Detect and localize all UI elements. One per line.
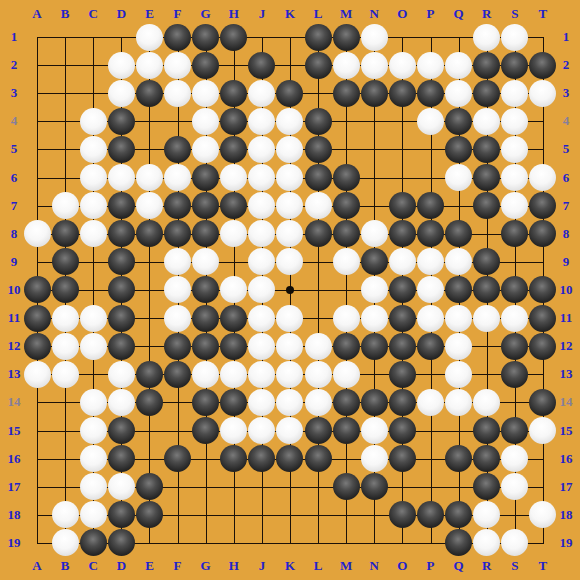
cell-E10[interactable]	[135, 276, 163, 304]
cell-R4[interactable]	[473, 107, 501, 135]
cell-H6[interactable]	[220, 164, 248, 192]
cell-F16[interactable]	[164, 445, 192, 473]
cell-K6[interactable]	[276, 164, 304, 192]
cell-D8[interactable]	[107, 220, 135, 248]
cell-S7[interactable]	[501, 192, 529, 220]
cell-K16[interactable]	[276, 445, 304, 473]
cell-O11[interactable]	[388, 304, 416, 332]
cell-L7[interactable]	[304, 192, 332, 220]
cell-D9[interactable]	[107, 248, 135, 276]
cell-E4[interactable]	[135, 107, 163, 135]
cell-L13[interactable]	[304, 360, 332, 388]
cell-A5[interactable]	[23, 135, 51, 163]
cell-M10[interactable]	[332, 276, 360, 304]
cell-G4[interactable]	[192, 107, 220, 135]
cell-J4[interactable]	[248, 107, 276, 135]
cell-S19[interactable]	[501, 529, 529, 557]
cell-Q1[interactable]	[445, 23, 473, 51]
cell-L11[interactable]	[304, 304, 332, 332]
cell-Q3[interactable]	[445, 79, 473, 107]
cell-H12[interactable]	[220, 332, 248, 360]
cell-P17[interactable]	[416, 473, 444, 501]
cell-M9[interactable]	[332, 248, 360, 276]
cell-D4[interactable]	[107, 107, 135, 135]
cell-N3[interactable]	[360, 79, 388, 107]
cell-G3[interactable]	[192, 79, 220, 107]
cell-P13[interactable]	[416, 360, 444, 388]
cell-L9[interactable]	[304, 248, 332, 276]
cell-B5[interactable]	[51, 135, 79, 163]
cell-K14[interactable]	[276, 388, 304, 416]
cell-C3[interactable]	[79, 79, 107, 107]
cell-R11[interactable]	[473, 304, 501, 332]
cell-N19[interactable]	[360, 529, 388, 557]
cell-C19[interactable]	[79, 529, 107, 557]
cell-G18[interactable]	[192, 501, 220, 529]
cell-J13[interactable]	[248, 360, 276, 388]
cell-G14[interactable]	[192, 388, 220, 416]
cell-F10[interactable]	[164, 276, 192, 304]
cell-Q4[interactable]	[445, 107, 473, 135]
cell-B2[interactable]	[51, 51, 79, 79]
cell-D19[interactable]	[107, 529, 135, 557]
cell-J16[interactable]	[248, 445, 276, 473]
cell-O18[interactable]	[388, 501, 416, 529]
cell-K5[interactable]	[276, 135, 304, 163]
cell-B13[interactable]	[51, 360, 79, 388]
cell-B1[interactable]	[51, 23, 79, 51]
cell-S11[interactable]	[501, 304, 529, 332]
cell-D14[interactable]	[107, 388, 135, 416]
cell-P15[interactable]	[416, 416, 444, 444]
cell-S5[interactable]	[501, 135, 529, 163]
cell-D7[interactable]	[107, 192, 135, 220]
cell-H3[interactable]	[220, 79, 248, 107]
cell-J18[interactable]	[248, 501, 276, 529]
cell-K19[interactable]	[276, 529, 304, 557]
cell-N5[interactable]	[360, 135, 388, 163]
cell-D15[interactable]	[107, 416, 135, 444]
cell-C7[interactable]	[79, 192, 107, 220]
cell-K12[interactable]	[276, 332, 304, 360]
cell-M19[interactable]	[332, 529, 360, 557]
cell-Q19[interactable]	[445, 529, 473, 557]
cell-C6[interactable]	[79, 164, 107, 192]
cell-N18[interactable]	[360, 501, 388, 529]
cell-M4[interactable]	[332, 107, 360, 135]
cell-Q14[interactable]	[445, 388, 473, 416]
cell-O9[interactable]	[388, 248, 416, 276]
cell-G12[interactable]	[192, 332, 220, 360]
cell-C16[interactable]	[79, 445, 107, 473]
cell-G16[interactable]	[192, 445, 220, 473]
cell-C4[interactable]	[79, 107, 107, 135]
cell-R14[interactable]	[473, 388, 501, 416]
cell-S15[interactable]	[501, 416, 529, 444]
cell-T19[interactable]	[529, 529, 557, 557]
cell-D12[interactable]	[107, 332, 135, 360]
cell-N12[interactable]	[360, 332, 388, 360]
cell-N4[interactable]	[360, 107, 388, 135]
cell-H15[interactable]	[220, 416, 248, 444]
cell-M3[interactable]	[332, 79, 360, 107]
cell-Q11[interactable]	[445, 304, 473, 332]
cell-H5[interactable]	[220, 135, 248, 163]
cell-R17[interactable]	[473, 473, 501, 501]
cell-L10[interactable]	[304, 276, 332, 304]
cell-A12[interactable]	[23, 332, 51, 360]
cell-A8[interactable]	[23, 220, 51, 248]
cell-J10[interactable]	[248, 276, 276, 304]
cell-E1[interactable]	[135, 23, 163, 51]
cell-L19[interactable]	[304, 529, 332, 557]
cell-E9[interactable]	[135, 248, 163, 276]
cell-L17[interactable]	[304, 473, 332, 501]
cell-T18[interactable]	[529, 501, 557, 529]
cell-N16[interactable]	[360, 445, 388, 473]
cell-B3[interactable]	[51, 79, 79, 107]
cell-O1[interactable]	[388, 23, 416, 51]
cell-F6[interactable]	[164, 164, 192, 192]
cell-B7[interactable]	[51, 192, 79, 220]
cell-J19[interactable]	[248, 529, 276, 557]
cell-B16[interactable]	[51, 445, 79, 473]
cell-K8[interactable]	[276, 220, 304, 248]
cell-Q7[interactable]	[445, 192, 473, 220]
cell-B17[interactable]	[51, 473, 79, 501]
cell-P18[interactable]	[416, 501, 444, 529]
cell-L8[interactable]	[304, 220, 332, 248]
cell-T4[interactable]	[529, 107, 557, 135]
cell-O14[interactable]	[388, 388, 416, 416]
cell-C15[interactable]	[79, 416, 107, 444]
cell-E11[interactable]	[135, 304, 163, 332]
cell-E3[interactable]	[135, 79, 163, 107]
cell-G2[interactable]	[192, 51, 220, 79]
cell-J11[interactable]	[248, 304, 276, 332]
cell-Q6[interactable]	[445, 164, 473, 192]
cell-N10[interactable]	[360, 276, 388, 304]
cell-N8[interactable]	[360, 220, 388, 248]
cell-F9[interactable]	[164, 248, 192, 276]
cell-N17[interactable]	[360, 473, 388, 501]
cell-L18[interactable]	[304, 501, 332, 529]
cell-S1[interactable]	[501, 23, 529, 51]
cell-H1[interactable]	[220, 23, 248, 51]
cell-D10[interactable]	[107, 276, 135, 304]
cell-R16[interactable]	[473, 445, 501, 473]
cell-C13[interactable]	[79, 360, 107, 388]
cell-B6[interactable]	[51, 164, 79, 192]
cell-E2[interactable]	[135, 51, 163, 79]
cell-H17[interactable]	[220, 473, 248, 501]
cell-S12[interactable]	[501, 332, 529, 360]
cell-A11[interactable]	[23, 304, 51, 332]
cell-P9[interactable]	[416, 248, 444, 276]
cell-F19[interactable]	[164, 529, 192, 557]
cell-D16[interactable]	[107, 445, 135, 473]
cell-A1[interactable]	[23, 23, 51, 51]
cell-P4[interactable]	[416, 107, 444, 135]
cell-J17[interactable]	[248, 473, 276, 501]
cell-J1[interactable]	[248, 23, 276, 51]
cell-Q10[interactable]	[445, 276, 473, 304]
cell-D6[interactable]	[107, 164, 135, 192]
cell-R10[interactable]	[473, 276, 501, 304]
cell-B18[interactable]	[51, 501, 79, 529]
cell-E5[interactable]	[135, 135, 163, 163]
cell-K11[interactable]	[276, 304, 304, 332]
cell-S4[interactable]	[501, 107, 529, 135]
cell-O12[interactable]	[388, 332, 416, 360]
cell-S3[interactable]	[501, 79, 529, 107]
cell-P8[interactable]	[416, 220, 444, 248]
cell-E8[interactable]	[135, 220, 163, 248]
cell-C1[interactable]	[79, 23, 107, 51]
cell-H18[interactable]	[220, 501, 248, 529]
cell-J14[interactable]	[248, 388, 276, 416]
cell-L3[interactable]	[304, 79, 332, 107]
cell-A17[interactable]	[23, 473, 51, 501]
cell-S2[interactable]	[501, 51, 529, 79]
cell-H11[interactable]	[220, 304, 248, 332]
cell-A14[interactable]	[23, 388, 51, 416]
cell-S8[interactable]	[501, 220, 529, 248]
cell-K9[interactable]	[276, 248, 304, 276]
cell-P12[interactable]	[416, 332, 444, 360]
cell-P2[interactable]	[416, 51, 444, 79]
cell-R7[interactable]	[473, 192, 501, 220]
cell-H14[interactable]	[220, 388, 248, 416]
cell-K1[interactable]	[276, 23, 304, 51]
cell-E15[interactable]	[135, 416, 163, 444]
cell-M11[interactable]	[332, 304, 360, 332]
cell-M7[interactable]	[332, 192, 360, 220]
cell-A3[interactable]	[23, 79, 51, 107]
cell-F12[interactable]	[164, 332, 192, 360]
cell-M18[interactable]	[332, 501, 360, 529]
cell-F8[interactable]	[164, 220, 192, 248]
cell-O5[interactable]	[388, 135, 416, 163]
cell-G11[interactable]	[192, 304, 220, 332]
cell-T6[interactable]	[529, 164, 557, 192]
cell-P19[interactable]	[416, 529, 444, 557]
cell-A13[interactable]	[23, 360, 51, 388]
cell-R19[interactable]	[473, 529, 501, 557]
cell-L1[interactable]	[304, 23, 332, 51]
cell-H7[interactable]	[220, 192, 248, 220]
cell-G9[interactable]	[192, 248, 220, 276]
cell-H16[interactable]	[220, 445, 248, 473]
cell-G10[interactable]	[192, 276, 220, 304]
cell-H19[interactable]	[220, 529, 248, 557]
cell-T5[interactable]	[529, 135, 557, 163]
cell-G6[interactable]	[192, 164, 220, 192]
cell-Q15[interactable]	[445, 416, 473, 444]
cell-T17[interactable]	[529, 473, 557, 501]
cell-Q2[interactable]	[445, 51, 473, 79]
cell-O15[interactable]	[388, 416, 416, 444]
cell-N7[interactable]	[360, 192, 388, 220]
cell-T8[interactable]	[529, 220, 557, 248]
cell-E19[interactable]	[135, 529, 163, 557]
cell-G5[interactable]	[192, 135, 220, 163]
cell-R9[interactable]	[473, 248, 501, 276]
cell-O17[interactable]	[388, 473, 416, 501]
cell-F14[interactable]	[164, 388, 192, 416]
cell-B9[interactable]	[51, 248, 79, 276]
cell-D17[interactable]	[107, 473, 135, 501]
cell-C10[interactable]	[79, 276, 107, 304]
cell-R15[interactable]	[473, 416, 501, 444]
cell-L2[interactable]	[304, 51, 332, 79]
cell-M12[interactable]	[332, 332, 360, 360]
cell-R18[interactable]	[473, 501, 501, 529]
cell-G13[interactable]	[192, 360, 220, 388]
cell-H9[interactable]	[220, 248, 248, 276]
cell-O2[interactable]	[388, 51, 416, 79]
cell-N9[interactable]	[360, 248, 388, 276]
cell-S6[interactable]	[501, 164, 529, 192]
cell-A15[interactable]	[23, 416, 51, 444]
cell-E13[interactable]	[135, 360, 163, 388]
cell-Q17[interactable]	[445, 473, 473, 501]
cell-H10[interactable]	[220, 276, 248, 304]
cell-S10[interactable]	[501, 276, 529, 304]
cell-B11[interactable]	[51, 304, 79, 332]
cell-R12[interactable]	[473, 332, 501, 360]
cell-R5[interactable]	[473, 135, 501, 163]
cell-T16[interactable]	[529, 445, 557, 473]
cell-F3[interactable]	[164, 79, 192, 107]
cell-L5[interactable]	[304, 135, 332, 163]
cell-O3[interactable]	[388, 79, 416, 107]
cell-G1[interactable]	[192, 23, 220, 51]
cell-C17[interactable]	[79, 473, 107, 501]
cell-P3[interactable]	[416, 79, 444, 107]
cell-Q8[interactable]	[445, 220, 473, 248]
cell-Q12[interactable]	[445, 332, 473, 360]
cell-Q18[interactable]	[445, 501, 473, 529]
cell-K18[interactable]	[276, 501, 304, 529]
cell-E14[interactable]	[135, 388, 163, 416]
cell-T11[interactable]	[529, 304, 557, 332]
cell-N2[interactable]	[360, 51, 388, 79]
cell-K7[interactable]	[276, 192, 304, 220]
cell-K13[interactable]	[276, 360, 304, 388]
cell-K3[interactable]	[276, 79, 304, 107]
cell-T15[interactable]	[529, 416, 557, 444]
cell-T10[interactable]	[529, 276, 557, 304]
cell-J3[interactable]	[248, 79, 276, 107]
cell-N1[interactable]	[360, 23, 388, 51]
cell-R6[interactable]	[473, 164, 501, 192]
cell-A7[interactable]	[23, 192, 51, 220]
cell-A16[interactable]	[23, 445, 51, 473]
cell-F5[interactable]	[164, 135, 192, 163]
cell-M6[interactable]	[332, 164, 360, 192]
cell-N11[interactable]	[360, 304, 388, 332]
cell-P16[interactable]	[416, 445, 444, 473]
cell-T12[interactable]	[529, 332, 557, 360]
cell-E18[interactable]	[135, 501, 163, 529]
cell-M2[interactable]	[332, 51, 360, 79]
cell-K4[interactable]	[276, 107, 304, 135]
cell-D2[interactable]	[107, 51, 135, 79]
cell-F1[interactable]	[164, 23, 192, 51]
cell-D13[interactable]	[107, 360, 135, 388]
cell-K17[interactable]	[276, 473, 304, 501]
cell-R13[interactable]	[473, 360, 501, 388]
cell-D11[interactable]	[107, 304, 135, 332]
cell-T9[interactable]	[529, 248, 557, 276]
cell-A18[interactable]	[23, 501, 51, 529]
cell-J12[interactable]	[248, 332, 276, 360]
cell-C9[interactable]	[79, 248, 107, 276]
cell-H13[interactable]	[220, 360, 248, 388]
cell-M5[interactable]	[332, 135, 360, 163]
cell-B15[interactable]	[51, 416, 79, 444]
cell-T7[interactable]	[529, 192, 557, 220]
cell-F13[interactable]	[164, 360, 192, 388]
cell-P7[interactable]	[416, 192, 444, 220]
cell-M1[interactable]	[332, 23, 360, 51]
cell-D5[interactable]	[107, 135, 135, 163]
cell-G7[interactable]	[192, 192, 220, 220]
cell-M8[interactable]	[332, 220, 360, 248]
cell-J5[interactable]	[248, 135, 276, 163]
cell-S17[interactable]	[501, 473, 529, 501]
cell-F7[interactable]	[164, 192, 192, 220]
cell-C5[interactable]	[79, 135, 107, 163]
cell-L6[interactable]	[304, 164, 332, 192]
cell-M16[interactable]	[332, 445, 360, 473]
cell-N6[interactable]	[360, 164, 388, 192]
cell-R3[interactable]	[473, 79, 501, 107]
cell-M17[interactable]	[332, 473, 360, 501]
cell-O13[interactable]	[388, 360, 416, 388]
cell-M14[interactable]	[332, 388, 360, 416]
cell-A19[interactable]	[23, 529, 51, 557]
cell-O19[interactable]	[388, 529, 416, 557]
cell-O7[interactable]	[388, 192, 416, 220]
cell-F15[interactable]	[164, 416, 192, 444]
cell-Q16[interactable]	[445, 445, 473, 473]
cell-Q13[interactable]	[445, 360, 473, 388]
cell-J15[interactable]	[248, 416, 276, 444]
cell-T13[interactable]	[529, 360, 557, 388]
cell-J8[interactable]	[248, 220, 276, 248]
cell-P10[interactable]	[416, 276, 444, 304]
cell-A6[interactable]	[23, 164, 51, 192]
cell-G19[interactable]	[192, 529, 220, 557]
cell-D18[interactable]	[107, 501, 135, 529]
cell-S9[interactable]	[501, 248, 529, 276]
cell-G17[interactable]	[192, 473, 220, 501]
cell-L16[interactable]	[304, 445, 332, 473]
cell-Q5[interactable]	[445, 135, 473, 163]
cell-S14[interactable]	[501, 388, 529, 416]
cell-C8[interactable]	[79, 220, 107, 248]
cell-O8[interactable]	[388, 220, 416, 248]
cell-G15[interactable]	[192, 416, 220, 444]
cell-K2[interactable]	[276, 51, 304, 79]
cell-G8[interactable]	[192, 220, 220, 248]
cell-H8[interactable]	[220, 220, 248, 248]
cell-R2[interactable]	[473, 51, 501, 79]
cell-F2[interactable]	[164, 51, 192, 79]
cell-H4[interactable]	[220, 107, 248, 135]
